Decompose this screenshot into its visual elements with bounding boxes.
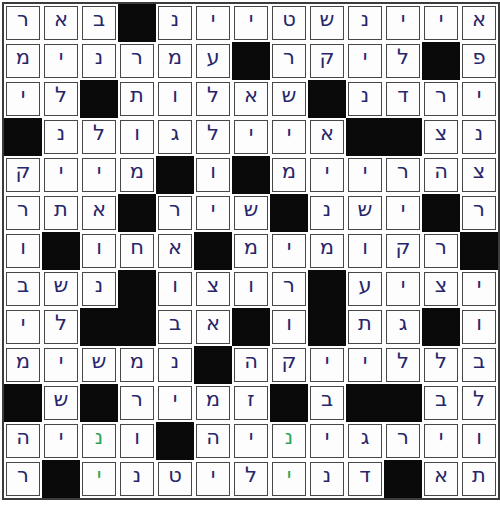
letter-cell-r4c13[interactable]: נ <box>460 118 498 156</box>
block-cell-r13c2 <box>42 460 80 498</box>
letter: ו <box>476 313 482 341</box>
letter: י <box>59 47 64 75</box>
letter-cell-r6c7[interactable]: ש <box>232 194 270 232</box>
letter: נ <box>475 123 483 151</box>
letter: ב <box>473 351 485 379</box>
letter-cell-r13c4[interactable]: נ <box>118 460 156 498</box>
letter-cell-r2c2[interactable]: י <box>42 42 80 80</box>
block-cell-r7c13 <box>460 232 498 270</box>
letter-cell-r13c9[interactable]: נ <box>308 460 346 498</box>
letter-cell-r6c1[interactable]: ר <box>4 194 42 232</box>
letter: ר <box>283 275 295 303</box>
letter: ה <box>434 161 448 189</box>
letter-cell-r2c4[interactable]: ר <box>118 42 156 80</box>
hint-letter: נ <box>95 427 103 455</box>
letter: ל <box>245 465 257 493</box>
letter-cell-r12c2[interactable]: י <box>42 422 80 460</box>
letter: ל <box>397 47 409 75</box>
letter-cell-r13c6[interactable]: י <box>194 460 232 498</box>
letter: ת <box>358 313 372 341</box>
letter-cell-r8c8[interactable]: ר <box>270 270 308 308</box>
letter: מ <box>130 161 144 189</box>
letter-cell-r3c12[interactable]: ר <box>422 80 460 118</box>
letter-cell-r5c1[interactable]: ק <box>4 156 42 194</box>
block-cell-r9c4 <box>118 308 156 346</box>
letter-cell-r8c11[interactable]: י <box>384 270 422 308</box>
block-cell-r2c12 <box>422 42 460 80</box>
crossword-grid: ראבנייטשנייאמינרמערקילפילתולאשנדרינלוגלי… <box>4 4 498 498</box>
letter: ל <box>55 313 67 341</box>
letter-cell-r6c13[interactable]: ר <box>460 194 498 232</box>
letter: נ <box>95 47 103 75</box>
letter: א <box>472 9 486 37</box>
letter: ח <box>130 237 144 265</box>
letter: י <box>325 351 330 379</box>
letter: ש <box>282 85 297 113</box>
letter: ט <box>168 465 182 493</box>
letter-cell-r11c2[interactable]: ש <box>42 384 80 422</box>
letter-cell-r1c2[interactable]: א <box>42 4 80 42</box>
letter: צ <box>207 275 219 303</box>
letter: א <box>168 237 182 265</box>
letter: י <box>59 427 64 455</box>
letter: צ <box>435 275 447 303</box>
letter-cell-r5c6[interactable]: ו <box>194 156 232 194</box>
letter-cell-r10c4[interactable]: מ <box>118 346 156 384</box>
letter: ר <box>17 9 29 37</box>
letter: ו <box>134 123 140 151</box>
letter-cell-r11c9[interactable]: ב <box>308 384 346 422</box>
letter-cell-r5c9[interactable]: י <box>308 156 346 194</box>
letter: ט <box>282 9 296 37</box>
letter-cell-r13c10[interactable]: ד <box>346 460 384 498</box>
letter-cell-r4c12[interactable]: צ <box>422 118 460 156</box>
letter: ו <box>96 237 102 265</box>
letter-cell-r5c11[interactable]: ר <box>384 156 422 194</box>
letter: נ <box>171 351 179 379</box>
letter-cell-r2c1[interactable]: מ <box>4 42 42 80</box>
letter-cell-r6c5[interactable]: ר <box>156 194 194 232</box>
letter: ק <box>396 237 411 265</box>
letter: ה <box>16 427 30 455</box>
block-cell-r4c1 <box>4 118 42 156</box>
letter: ר <box>397 161 409 189</box>
letter: י <box>401 9 406 37</box>
letter-cell-r7c11[interactable]: ק <box>384 232 422 270</box>
block-cell-r8c9 <box>308 270 346 308</box>
letter: י <box>59 161 64 189</box>
letter: י <box>211 199 216 227</box>
letter: י <box>363 351 368 379</box>
letter: ת <box>472 465 486 493</box>
letter: מ <box>16 351 30 379</box>
letter-cell-r9c6[interactable]: א <box>194 308 232 346</box>
letter-cell-r9c1[interactable]: י <box>4 308 42 346</box>
letter: י <box>439 427 444 455</box>
letter: מ <box>282 161 296 189</box>
letter: ג <box>171 123 180 151</box>
letter: ל <box>93 123 105 151</box>
letter-cell-r10c13[interactable]: ב <box>460 346 498 384</box>
block-cell-r4c10 <box>346 118 384 156</box>
letter: י <box>287 123 292 151</box>
letter: ד <box>397 85 408 113</box>
block-cell-r9c3 <box>80 308 118 346</box>
letter: ר <box>17 199 29 227</box>
letter-cell-r7c5[interactable]: א <box>156 232 194 270</box>
letter-cell-r12c6[interactable]: ה <box>194 422 232 460</box>
letter: ק <box>16 161 31 189</box>
letter-cell-r10c12[interactable]: ל <box>422 346 460 384</box>
letter: י <box>325 427 330 455</box>
letter-cell-r3c7[interactable]: א <box>232 80 270 118</box>
letter: י <box>477 275 482 303</box>
letter: י <box>249 123 254 151</box>
letter-cell-r2c13[interactable]: פ <box>460 42 498 80</box>
letter: ר <box>17 465 29 493</box>
letter: צ <box>435 123 447 151</box>
letter-cell-r7c8[interactable]: י <box>270 232 308 270</box>
letter-cell-r8c3[interactable]: נ <box>80 270 118 308</box>
block-cell-r9c12 <box>422 308 460 346</box>
letter: א <box>244 85 258 113</box>
letter: מ <box>244 237 258 265</box>
letter-cell-r6c2[interactable]: ת <box>42 194 80 232</box>
letter-cell-r13c5[interactable]: ט <box>156 460 194 498</box>
block-cell-r9c7 <box>232 308 270 346</box>
letter-cell-r4c4[interactable]: ו <box>118 118 156 156</box>
block-cell-r12c5 <box>156 422 194 460</box>
letter: ק <box>320 47 335 75</box>
letter: ו <box>172 85 178 113</box>
letter-cell-r3c4[interactable]: ת <box>118 80 156 118</box>
letter-cell-r6c3[interactable]: א <box>80 194 118 232</box>
letter: ל <box>55 85 67 113</box>
block-cell-r11c10 <box>346 384 384 422</box>
crossword-screen: ראבנייטשנייאמינרמערקילפילתולאשנדרינלוגלי… <box>0 0 500 510</box>
letter: ד <box>359 465 370 493</box>
letter-cell-r10c2[interactable]: י <box>42 346 80 384</box>
crossword-frame: ראבנייטשנייאמינרמערקילפילתולאשנדרינלוגלי… <box>2 2 500 500</box>
letter-cell-r2c9[interactable]: ק <box>308 42 346 80</box>
letter: ר <box>397 427 409 455</box>
letter: ו <box>248 275 254 303</box>
block-cell-r8c4 <box>118 270 156 308</box>
letter: א <box>320 123 334 151</box>
letter: י <box>97 161 102 189</box>
letter-cell-r10c5[interactable]: נ <box>156 346 194 384</box>
hint-letter: י <box>97 465 102 493</box>
block-cell-r11c1 <box>4 384 42 422</box>
letter-cell-r10c8[interactable]: ק <box>270 346 308 384</box>
letter-cell-r10c1[interactable]: מ <box>4 346 42 384</box>
letter-cell-r12c4[interactable]: ו <box>118 422 156 460</box>
block-cell-r13c11 <box>384 460 422 498</box>
letter-cell-r2c10[interactable]: י <box>346 42 384 80</box>
block-cell-r7c2 <box>42 232 80 270</box>
letter-cell-r13c13[interactable]: ת <box>460 460 498 498</box>
letter: ר <box>283 47 295 75</box>
letter: ל <box>473 389 485 417</box>
letter-cell-r7c10[interactable]: ו <box>346 232 384 270</box>
letter-cell-r13c8[interactable]: י <box>270 460 308 498</box>
letter-cell-r1c6[interactable]: י <box>194 4 232 42</box>
letter-cell-r1c7[interactable]: י <box>232 4 270 42</box>
letter: ש <box>54 275 69 303</box>
letter-cell-r4c2[interactable]: נ <box>42 118 80 156</box>
letter: א <box>54 9 68 37</box>
letter-cell-r4c6[interactable]: ל <box>194 118 232 156</box>
letter: י <box>249 9 254 37</box>
letter-cell-r1c13[interactable]: א <box>460 4 498 42</box>
letter: ל <box>207 123 219 151</box>
letter-cell-r9c11[interactable]: ג <box>384 308 422 346</box>
letter-cell-r1c10[interactable]: נ <box>346 4 384 42</box>
letter-cell-r1c3[interactable]: ב <box>80 4 118 42</box>
letter-cell-r12c9[interactable]: י <box>308 422 346 460</box>
letter: י <box>477 85 482 113</box>
letter-cell-r13c7[interactable]: ל <box>232 460 270 498</box>
letter-cell-r13c1[interactable]: ר <box>4 460 42 498</box>
letter-cell-r4c9[interactable]: א <box>308 118 346 156</box>
letter: ב <box>93 9 105 37</box>
letter: נ <box>57 123 65 151</box>
letter: נ <box>133 465 141 493</box>
block-cell-r11c11 <box>384 384 422 422</box>
letter-cell-r8c5[interactable]: ו <box>156 270 194 308</box>
letter: י <box>401 275 406 303</box>
letter: ו <box>210 161 216 189</box>
letter: י <box>211 9 216 37</box>
letter-cell-r13c3[interactable]: י <box>80 460 118 498</box>
letter-cell-r2c11[interactable]: ל <box>384 42 422 80</box>
letter-cell-r7c3[interactable]: ו <box>80 232 118 270</box>
letter: נ <box>361 9 369 37</box>
letter: ג <box>361 427 370 455</box>
letter: צ <box>473 161 485 189</box>
letter: י <box>59 351 64 379</box>
letter: ע <box>358 275 371 303</box>
letter-cell-r5c4[interactable]: מ <box>118 156 156 194</box>
letter-cell-r2c3[interactable]: נ <box>80 42 118 80</box>
letter: ר <box>435 237 447 265</box>
letter: נ <box>323 465 331 493</box>
letter: י <box>287 237 292 265</box>
letter-cell-r11c13[interactable]: ל <box>460 384 498 422</box>
letter-cell-r12c7[interactable]: י <box>232 422 270 460</box>
letter-cell-r13c12[interactable]: א <box>422 460 460 498</box>
block-cell-r11c8 <box>270 384 308 422</box>
letter: ב <box>435 389 447 417</box>
letter: ש <box>244 199 259 227</box>
letter: מ <box>130 351 144 379</box>
letter-cell-r8c12[interactable]: צ <box>422 270 460 308</box>
letter-cell-r5c13[interactable]: צ <box>460 156 498 194</box>
block-cell-r6c4 <box>118 194 156 232</box>
letter: י <box>325 161 330 189</box>
hint-letter: נ <box>285 427 293 455</box>
letter-cell-r5c8[interactable]: מ <box>270 156 308 194</box>
letter: ו <box>476 427 482 455</box>
letter-cell-r3c1[interactable]: י <box>4 80 42 118</box>
letter-cell-r3c2[interactable]: ל <box>42 80 80 118</box>
hint-letter: י <box>287 465 292 493</box>
letter-cell-r1c8[interactable]: ט <box>270 4 308 42</box>
letter-cell-r3c11[interactable]: ד <box>384 80 422 118</box>
letter-cell-r9c13[interactable]: ו <box>460 308 498 346</box>
letter-cell-r12c1[interactable]: ה <box>4 422 42 460</box>
letter-cell-r1c1[interactable]: ר <box>4 4 42 42</box>
letter-cell-r4c5[interactable]: ג <box>156 118 194 156</box>
letter-cell-r5c3[interactable]: י <box>80 156 118 194</box>
letter: ג <box>399 313 408 341</box>
block-cell-r5c7 <box>232 156 270 194</box>
letter-cell-r6c10[interactable]: ש <box>346 194 384 232</box>
letter-cell-r4c8[interactable]: י <box>270 118 308 156</box>
letter-cell-r3c8[interactable]: ש <box>270 80 308 118</box>
letter-cell-r9c10[interactable]: ת <box>346 308 384 346</box>
letter: מ <box>16 47 30 75</box>
letter-cell-r3c10[interactable]: נ <box>346 80 384 118</box>
letter-cell-r10c10[interactable]: י <box>346 346 384 384</box>
letter-cell-r3c5[interactable]: ו <box>156 80 194 118</box>
letter: מ <box>206 389 220 417</box>
letter-cell-r4c7[interactable]: י <box>232 118 270 156</box>
letter-cell-r11c6[interactable]: מ <box>194 384 232 422</box>
block-cell-r11c3 <box>80 384 118 422</box>
block-cell-r9c9 <box>308 308 346 346</box>
block-cell-r2c7 <box>232 42 270 80</box>
letter-cell-r5c10[interactable]: י <box>346 156 384 194</box>
letter-cell-r2c8[interactable]: ר <box>270 42 308 80</box>
letter-cell-r12c3[interactable]: נ <box>80 422 118 460</box>
letter-cell-r7c1[interactable]: ו <box>4 232 42 270</box>
block-cell-r6c12 <box>422 194 460 232</box>
letter-cell-r1c11[interactable]: י <box>384 4 422 42</box>
letter-cell-r6c6[interactable]: י <box>194 194 232 232</box>
letter-cell-r7c7[interactable]: מ <box>232 232 270 270</box>
block-cell-r5c5 <box>156 156 194 194</box>
letter-cell-r8c6[interactable]: צ <box>194 270 232 308</box>
letter-cell-r12c8[interactable]: נ <box>270 422 308 460</box>
letter-cell-r8c1[interactable]: ב <box>4 270 42 308</box>
letter-cell-r3c6[interactable]: ל <box>194 80 232 118</box>
letter: ת <box>54 199 68 227</box>
letter: נ <box>95 275 103 303</box>
letter-cell-r10c7[interactable]: ה <box>232 346 270 384</box>
letter-cell-r7c9[interactable]: מ <box>308 232 346 270</box>
letter-cell-r4c3[interactable]: ל <box>80 118 118 156</box>
letter: ע <box>206 47 219 75</box>
letter: י <box>249 427 254 455</box>
letter-cell-r11c5[interactable]: י <box>156 384 194 422</box>
letter-cell-r12c11[interactable]: ר <box>384 422 422 460</box>
letter: נ <box>171 9 179 37</box>
letter: י <box>363 47 368 75</box>
letter: ש <box>320 9 335 37</box>
letter: מ <box>168 47 182 75</box>
letter: א <box>434 465 448 493</box>
letter: ו <box>134 427 140 455</box>
block-cell-r3c9 <box>308 80 346 118</box>
letter: ב <box>321 389 333 417</box>
letter: א <box>206 313 220 341</box>
letter-cell-r7c12[interactable]: ר <box>422 232 460 270</box>
letter-cell-r10c3[interactable]: ש <box>80 346 118 384</box>
letter-cell-r2c6[interactable]: ע <box>194 42 232 80</box>
letter: ש <box>358 199 373 227</box>
letter: ק <box>282 351 297 379</box>
block-cell-r4c11 <box>384 118 422 156</box>
letter: ו <box>172 275 178 303</box>
letter: י <box>211 465 216 493</box>
letter-cell-r9c8[interactable]: ו <box>270 308 308 346</box>
letter-cell-r1c5[interactable]: נ <box>156 4 194 42</box>
letter-cell-r2c5[interactable]: מ <box>156 42 194 80</box>
letter: ר <box>131 47 143 75</box>
letter-cell-r1c9[interactable]: ש <box>308 4 346 42</box>
letter-cell-r7c4[interactable]: ח <box>118 232 156 270</box>
letter-cell-r5c2[interactable]: י <box>42 156 80 194</box>
letter-cell-r10c11[interactable]: ל <box>384 346 422 384</box>
letter: ר <box>131 389 143 417</box>
letter-cell-r8c2[interactable]: ש <box>42 270 80 308</box>
letter: י <box>173 389 178 417</box>
letter: ו <box>20 237 26 265</box>
letter: ל <box>397 351 409 379</box>
letter: נ <box>361 85 369 113</box>
letter-cell-r1c12[interactable]: י <box>422 4 460 42</box>
letter: ש <box>92 351 107 379</box>
letter-cell-r5c12[interactable]: ה <box>422 156 460 194</box>
letter-cell-r10c9[interactable]: י <box>308 346 346 384</box>
letter: ת <box>130 85 144 113</box>
letter: י <box>21 313 26 341</box>
letter-cell-r9c5[interactable]: ב <box>156 308 194 346</box>
letter-cell-r11c7[interactable]: ז <box>232 384 270 422</box>
letter: י <box>401 199 406 227</box>
letter-cell-r9c2[interactable]: ל <box>42 308 80 346</box>
letter: ש <box>54 389 69 417</box>
block-cell-r3c3 <box>80 80 118 118</box>
letter-cell-r6c11[interactable]: י <box>384 194 422 232</box>
letter-cell-r11c12[interactable]: ב <box>422 384 460 422</box>
letter-cell-r12c10[interactable]: ג <box>346 422 384 460</box>
letter-cell-r8c10[interactable]: ע <box>346 270 384 308</box>
letter-cell-r3c13[interactable]: י <box>460 80 498 118</box>
letter-cell-r8c13[interactable]: י <box>460 270 498 308</box>
letter-cell-r12c12[interactable]: י <box>422 422 460 460</box>
letter-cell-r12c13[interactable]: ו <box>460 422 498 460</box>
letter-cell-r8c7[interactable]: ו <box>232 270 270 308</box>
letter: ל <box>435 351 447 379</box>
block-cell-r1c4 <box>118 4 156 42</box>
letter: ו <box>286 313 292 341</box>
letter: ר <box>435 85 447 113</box>
letter-cell-r11c4[interactable]: ר <box>118 384 156 422</box>
block-cell-r6c8 <box>270 194 308 232</box>
letter: ה <box>206 427 220 455</box>
letter: ר <box>169 199 181 227</box>
letter: מ <box>320 237 334 265</box>
letter: י <box>21 85 26 113</box>
letter: י <box>363 161 368 189</box>
letter: ו <box>362 237 368 265</box>
letter: ר <box>473 199 485 227</box>
letter: ב <box>169 313 181 341</box>
letter: ה <box>244 351 258 379</box>
letter-cell-r6c9[interactable]: נ <box>308 194 346 232</box>
